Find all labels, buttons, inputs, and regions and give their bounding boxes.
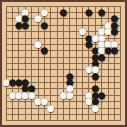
star-point (62, 101, 64, 103)
black-stone: ● (99, 92, 105, 98)
intersection[interactable]: ● (22, 22, 28, 28)
intersection[interactable] (118, 118, 124, 124)
star-point (24, 62, 26, 64)
intersection[interactable]: ● (41, 22, 47, 28)
intersection[interactable]: ● (99, 54, 105, 60)
intersection[interactable]: ● (41, 9, 47, 15)
black-stone: ● (60, 9, 66, 15)
black-stone: ● (99, 54, 105, 60)
black-stone: ● (92, 73, 98, 79)
black-stone: ● (41, 48, 47, 54)
black-stone: ● (41, 22, 47, 28)
intersection[interactable]: ● (86, 9, 92, 15)
star-point (101, 62, 103, 64)
intersection[interactable]: ● (92, 105, 98, 111)
white-stone: ● (41, 9, 47, 15)
star-point (24, 101, 26, 103)
star-point (62, 62, 64, 64)
star-point (101, 101, 103, 103)
black-stone: ● (111, 48, 117, 54)
intersection[interactable]: ● (111, 48, 117, 54)
intersection[interactable]: ● (67, 92, 73, 98)
intersection[interactable]: ● (41, 48, 47, 54)
black-stone: ● (86, 9, 92, 15)
intersection[interactable]: ● (92, 73, 98, 79)
go-board[interactable]: ●●●●●●●●●●●●●●●●●●●●●●●●●●●●●●●●●●●●●●●●… (0, 0, 127, 127)
star-point (62, 24, 64, 26)
go-game-screenshot: ●●●●●●●●●●●●●●●●●●●●●●●●●●●●●●●●●●●●●●●●… (0, 0, 127, 127)
intersection[interactable]: ● (48, 105, 54, 111)
white-stone: ● (67, 92, 73, 98)
intersection[interactable]: ● (111, 28, 117, 34)
black-stone: ● (99, 9, 105, 15)
black-stone: ● (22, 22, 28, 28)
intersection[interactable]: ● (60, 9, 66, 15)
black-stone: ● (111, 28, 117, 34)
white-stone: ● (92, 105, 98, 111)
intersection[interactable]: ● (99, 9, 105, 15)
intersection[interactable]: ● (99, 92, 105, 98)
white-stone: ● (48, 105, 54, 111)
